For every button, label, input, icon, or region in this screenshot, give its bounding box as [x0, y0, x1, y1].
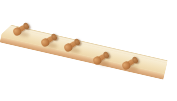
product-photo [0, 0, 177, 101]
